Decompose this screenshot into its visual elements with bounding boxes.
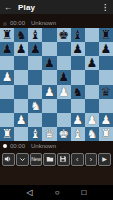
- piece-black-king: ♚: [58, 29, 69, 41]
- square-h3[interactable]: [99, 99, 113, 113]
- square-h5[interactable]: [99, 70, 113, 84]
- square-g2[interactable]: ♟: [85, 113, 99, 127]
- piece-black-pawn: ♟: [58, 71, 69, 83]
- square-e2[interactable]: [57, 113, 71, 127]
- piece-white-pawn: ♟: [72, 114, 83, 126]
- piece-black-pawn: ♟: [30, 43, 41, 55]
- square-e7[interactable]: [57, 42, 71, 56]
- square-e1[interactable]: ♚: [57, 127, 71, 141]
- square-a1[interactable]: ♜: [0, 127, 14, 141]
- square-e5[interactable]: ♟: [57, 70, 71, 84]
- piece-black-knight: ♞: [72, 86, 83, 98]
- square-d8[interactable]: [42, 28, 56, 42]
- square-d4[interactable]: ♟: [42, 85, 56, 99]
- nav-home-icon[interactable]: ○: [55, 189, 60, 197]
- square-b5[interactable]: [14, 70, 28, 84]
- square-d5[interactable]: [42, 70, 56, 84]
- piece-black-pawn: ♟: [16, 43, 27, 55]
- piece-white-knight: ♞: [30, 100, 41, 112]
- square-d2[interactable]: [42, 113, 56, 127]
- square-h1[interactable]: ♜: [99, 127, 113, 141]
- square-d1[interactable]: ♛: [42, 127, 56, 141]
- square-a7[interactable]: ♟: [0, 42, 14, 56]
- previous-move-button[interactable]: ‹: [71, 153, 84, 166]
- chess-app-screen: ← Play ⋮ 00:00 Unknown ♜♞♝♚♝♜♟♟♟♟♟♟♟♟♟♟♟…: [0, 0, 113, 200]
- square-f3[interactable]: [71, 99, 85, 113]
- next-move-button[interactable]: ›: [85, 153, 98, 166]
- square-b4[interactable]: [14, 85, 28, 99]
- background-panel: [0, 167, 113, 185]
- square-c2[interactable]: [28, 113, 42, 127]
- nav-back-icon[interactable]: ◁: [27, 189, 33, 197]
- square-h7[interactable]: ♟: [99, 42, 113, 56]
- square-c3[interactable]: ♞: [28, 99, 42, 113]
- square-g4[interactable]: [85, 85, 99, 99]
- piece-white-pawn: ♟: [2, 71, 13, 83]
- player-clock: 00:00: [10, 143, 25, 149]
- square-f1[interactable]: ♝: [71, 127, 85, 141]
- piece-black-pawn: ♟: [2, 43, 13, 55]
- square-d7[interactable]: [42, 42, 56, 56]
- open-game-button[interactable]: [43, 153, 56, 166]
- square-f2[interactable]: ♟: [71, 113, 85, 127]
- square-c1[interactable]: ♝: [28, 127, 42, 141]
- square-e3[interactable]: [57, 99, 71, 113]
- page-title: Play: [18, 3, 35, 12]
- player-info-bar: 00:00 Unknown: [0, 141, 113, 151]
- piece-white-pawn: ♟: [101, 114, 112, 126]
- chevron-left-icon: ‹: [76, 156, 78, 163]
- square-g5[interactable]: [85, 70, 99, 84]
- square-b2[interactable]: ♟: [14, 113, 28, 127]
- square-g7[interactable]: [85, 42, 99, 56]
- square-e4[interactable]: ♟: [57, 85, 71, 99]
- new-game-label: New: [31, 156, 40, 163]
- square-a5[interactable]: ♟: [0, 70, 14, 84]
- square-a8[interactable]: ♜: [0, 28, 14, 42]
- square-e6[interactable]: [57, 56, 71, 70]
- piece-black-knight: ♞: [16, 29, 27, 41]
- piece-white-pawn: ♟: [58, 86, 69, 98]
- piece-black-bishop: ♝: [30, 29, 41, 41]
- square-f4[interactable]: ♞: [71, 85, 85, 99]
- square-b7[interactable]: ♟: [14, 42, 28, 56]
- piece-white-bishop: ♝: [72, 128, 83, 140]
- piece-white-rook: ♜: [2, 128, 13, 140]
- square-g3[interactable]: [85, 99, 99, 113]
- piece-white-bishop: ♝: [30, 128, 41, 140]
- piece-white-pawn: ♟: [44, 86, 55, 98]
- piece-black-rook: ♜: [2, 29, 13, 41]
- new-game-button[interactable]: New: [30, 153, 43, 166]
- opponent-clock: 00:00: [10, 20, 25, 26]
- square-c4[interactable]: [28, 85, 42, 99]
- piece-white-king: ♚: [58, 128, 69, 140]
- square-f6[interactable]: [71, 56, 85, 70]
- square-c5[interactable]: [28, 70, 42, 84]
- piece-black-pawn: ♟: [72, 43, 83, 55]
- square-f8[interactable]: ♝: [71, 28, 85, 42]
- piece-black-pawn: ♟: [86, 57, 97, 69]
- square-b6[interactable]: [14, 56, 28, 70]
- piece-black-queen: ♛: [101, 86, 112, 98]
- sound-button[interactable]: [2, 153, 15, 166]
- square-a4[interactable]: [0, 85, 14, 99]
- square-d6[interactable]: ♟: [42, 56, 56, 70]
- chess-board[interactable]: ♜♞♝♚♝♜♟♟♟♟♟♟♟♟♟♟♟♞♛♞♟♟♟♟♜♝♛♚♝♞♜: [0, 28, 113, 141]
- square-b3[interactable]: [14, 99, 28, 113]
- piece-white-knight: ♞: [86, 128, 97, 140]
- square-c6[interactable]: [28, 56, 42, 70]
- square-d3[interactable]: [42, 99, 56, 113]
- overflow-menu-icon[interactable]: ⋮: [101, 3, 109, 12]
- piece-black-rook: ♜: [101, 29, 112, 41]
- android-nav-bar: ◁ ○ □: [0, 185, 113, 200]
- piece-white-rook: ♜: [101, 128, 112, 140]
- chevron-down-icon: [19, 156, 26, 163]
- back-arrow-icon[interactable]: ←: [4, 3, 12, 12]
- square-a2[interactable]: [0, 113, 14, 127]
- player-name: Unknown: [31, 143, 56, 149]
- piece-black-pawn: ♟: [101, 43, 112, 55]
- piece-white-pawn: ♟: [16, 114, 27, 126]
- nav-recents-icon[interactable]: □: [82, 189, 87, 197]
- speaker-icon: [4, 155, 12, 163]
- opponent-turn-indicator: [3, 22, 7, 26]
- save-game-button[interactable]: [57, 153, 70, 166]
- square-c8[interactable]: ♝: [28, 28, 42, 42]
- game-toolbar: New ‹ › ▶: [0, 151, 113, 167]
- folder-icon: [46, 155, 54, 163]
- square-g1[interactable]: ♞: [85, 127, 99, 141]
- opponent-name: Unknown: [31, 20, 56, 26]
- piece-black-pawn: ♟: [44, 57, 55, 69]
- square-f7[interactable]: ♟: [71, 42, 85, 56]
- square-a3[interactable]: [0, 99, 14, 113]
- piece-white-queen: ♛: [44, 128, 55, 140]
- chevron-right-icon: ›: [90, 156, 92, 163]
- opponent-info-bar: 00:00 Unknown: [0, 14, 113, 28]
- square-e8[interactable]: ♚: [57, 28, 71, 42]
- square-g6[interactable]: ♟: [85, 56, 99, 70]
- square-h6[interactable]: [99, 56, 113, 70]
- piece-white-pawn: ♟: [86, 114, 97, 126]
- square-h4[interactable]: ♛: [99, 85, 113, 99]
- square-b8[interactable]: ♞: [14, 28, 28, 42]
- player-turn-indicator: [3, 144, 7, 148]
- square-a6[interactable]: [0, 56, 14, 70]
- square-g8[interactable]: [85, 28, 99, 42]
- square-c7[interactable]: ♟: [28, 42, 42, 56]
- app-bar: ← Play ⋮: [0, 0, 113, 14]
- play-autoplay-button[interactable]: ▶: [98, 153, 111, 166]
- floppy-save-icon: [59, 155, 67, 163]
- square-b1[interactable]: [14, 127, 28, 141]
- square-h8[interactable]: ♜: [99, 28, 113, 42]
- expand-button[interactable]: [16, 153, 29, 166]
- piece-black-bishop: ♝: [72, 29, 83, 41]
- square-f5[interactable]: [71, 70, 85, 84]
- square-h2[interactable]: ♟: [99, 113, 113, 127]
- play-icon: ▶: [102, 156, 107, 163]
